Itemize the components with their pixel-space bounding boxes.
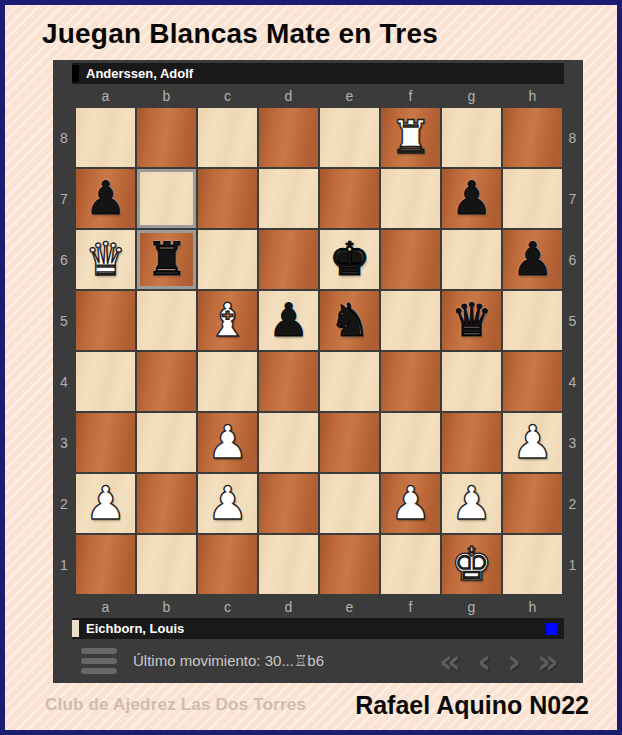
square-d3[interactable] [258,412,319,473]
square-e7[interactable] [319,168,380,229]
file-label-g: g [441,84,502,107]
chess-widget: Anderssen, Adolf abcdefgh 87654321 ♜♟♟♛♜… [53,60,583,683]
file-label-h: h [502,84,563,107]
file-label-g: g [441,595,502,618]
file-label-e: e [319,84,380,107]
status-badge-blue [546,623,558,635]
square-b6[interactable]: ♜ [136,229,197,290]
square-f6[interactable] [380,229,441,290]
square-e8[interactable] [319,107,380,168]
square-c1[interactable] [197,534,258,595]
chess-board: ♜♟♟♛♜♚♟♝♟♞♛♟♟♟♟♟♟♚ [75,107,563,595]
square-b5[interactable] [136,290,197,351]
rank-label-6: 6 [53,229,75,290]
rank-label-7: 7 [53,168,75,229]
rank-label-3: 3 [563,412,582,473]
square-f7[interactable] [380,168,441,229]
player-bar-top: Anderssen, Adolf [72,63,564,84]
file-label-f: f [380,84,441,107]
square-e5[interactable]: ♞ [319,290,380,351]
piece-black-knight: ♞ [329,290,370,351]
square-h1[interactable] [502,534,563,595]
piece-white-pawn: ♟ [512,412,553,473]
first-move-button[interactable]: « [436,644,464,678]
square-g7[interactable]: ♟ [441,168,502,229]
square-f2[interactable]: ♟ [380,473,441,534]
rank-labels-left: 87654321 [53,107,75,595]
square-c2[interactable]: ♟ [197,473,258,534]
square-f5[interactable] [380,290,441,351]
file-label-a: a [75,595,136,618]
club-credit: Club de Ajedrez Las Dos Torres [45,695,306,715]
square-g6[interactable] [441,229,502,290]
menu-icon[interactable] [81,648,117,674]
last-move-label: Último movimiento: 30...♖b6 [133,652,324,670]
square-h3[interactable]: ♟ [502,412,563,473]
square-e2[interactable] [319,473,380,534]
square-f1[interactable] [380,534,441,595]
piece-white-pawn: ♟ [85,473,126,534]
piece-black-pawn: ♟ [268,290,309,351]
file-label-d: d [258,84,319,107]
square-a1[interactable] [75,534,136,595]
square-h7[interactable] [502,168,563,229]
rank-label-1: 1 [53,534,75,595]
next-move-button[interactable]: › [504,644,524,678]
square-b3[interactable] [136,412,197,473]
piece-white-pawn: ♟ [451,473,492,534]
square-e6[interactable]: ♚ [319,229,380,290]
square-a6[interactable]: ♛ [75,229,136,290]
piece-black-queen: ♛ [451,290,492,351]
last-move-button[interactable]: » [534,644,562,678]
square-d4[interactable] [258,351,319,412]
move-navigation: « ‹ › » [436,644,564,678]
rank-label-7: 7 [563,168,582,229]
file-label-b: b [136,84,197,107]
previous-move-button[interactable]: ‹ [474,644,494,678]
square-a8[interactable] [75,107,136,168]
piece-white-pawn: ♟ [390,473,431,534]
square-e4[interactable] [319,351,380,412]
piece-black-rook: ♜ [146,229,187,290]
rank-label-5: 5 [53,290,75,351]
square-f4[interactable] [380,351,441,412]
piece-black-pawn: ♟ [85,168,126,229]
square-g3[interactable] [441,412,502,473]
square-h5[interactable] [502,290,563,351]
piece-white-pawn: ♟ [207,473,248,534]
square-c4[interactable] [197,351,258,412]
square-c5[interactable]: ♝ [197,290,258,351]
file-label-a: a [75,84,136,107]
file-label-e: e [319,595,380,618]
square-d1[interactable] [258,534,319,595]
square-h2[interactable] [502,473,563,534]
piece-white-pawn: ♟ [207,412,248,473]
file-label-d: d [258,595,319,618]
file-label-f: f [380,595,441,618]
piece-white-rook: ♜ [390,107,431,168]
piece-black-pawn: ♟ [512,229,553,290]
square-c6[interactable] [197,229,258,290]
square-b2[interactable] [136,473,197,534]
board-strip: 87654321 ♜♟♟♛♜♚♟♝♟♞♛♟♟♟♟♟♟♚ 87654321 [53,107,583,595]
square-a3[interactable] [75,412,136,473]
rank-labels-right: 87654321 [563,107,582,595]
rank-label-3: 3 [53,412,75,473]
file-label-b: b [136,595,197,618]
author-credit: Rafael Aquino N022 [355,691,589,720]
square-d2[interactable] [258,473,319,534]
square-d7[interactable] [258,168,319,229]
square-a7[interactable]: ♟ [75,168,136,229]
player-bar-bottom: Eichborn, Louis [72,618,564,639]
page-title: Juegan Blancas Mate en Tres [42,18,438,50]
rank-label-6: 6 [563,229,582,290]
rank-label-5: 5 [563,290,582,351]
file-label-h: h [502,595,563,618]
white-player-indicator [72,620,79,637]
file-labels-top: abcdefgh [75,84,563,107]
square-a4[interactable] [75,351,136,412]
app-window: Juegan Blancas Mate en Tres Anderssen, A… [0,0,622,735]
rank-label-2: 2 [53,473,75,534]
square-g5[interactable]: ♛ [441,290,502,351]
square-e3[interactable] [319,412,380,473]
square-c7[interactable] [197,168,258,229]
square-d8[interactable] [258,107,319,168]
rank-label-8: 8 [563,107,582,168]
square-c8[interactable] [197,107,258,168]
square-h6[interactable]: ♟ [502,229,563,290]
file-labels-bottom: abcdefgh [75,595,563,618]
controls-bar: Último movimiento: 30...♖b6 « ‹ › » [75,639,564,683]
rank-label-4: 4 [563,351,582,412]
player-name-bottom: Eichborn, Louis [86,621,184,636]
square-g2[interactable]: ♟ [441,473,502,534]
rank-label-1: 1 [563,534,582,595]
square-d6[interactable] [258,229,319,290]
file-label-c: c [197,84,258,107]
black-player-indicator [72,65,79,82]
square-b7[interactable] [136,168,197,229]
piece-black-king: ♚ [329,229,370,290]
piece-white-bishop: ♝ [207,290,248,351]
square-b8[interactable] [136,107,197,168]
square-b4[interactable] [136,351,197,412]
square-h8[interactable] [502,107,563,168]
piece-white-queen: ♛ [85,229,126,290]
square-g8[interactable] [441,107,502,168]
square-h4[interactable] [502,351,563,412]
square-f3[interactable] [380,412,441,473]
square-e1[interactable] [319,534,380,595]
rank-label-2: 2 [563,473,582,534]
player-name-top: Anderssen, Adolf [86,66,193,81]
square-a2[interactable]: ♟ [75,473,136,534]
file-label-c: c [197,595,258,618]
square-g1[interactable]: ♚ [441,534,502,595]
rank-label-8: 8 [53,107,75,168]
piece-white-king: ♚ [451,534,492,595]
square-g4[interactable] [441,351,502,412]
square-f8[interactable]: ♜ [380,107,441,168]
rank-label-4: 4 [53,351,75,412]
square-a5[interactable] [75,290,136,351]
square-b1[interactable] [136,534,197,595]
piece-black-pawn: ♟ [451,168,492,229]
square-c3[interactable]: ♟ [197,412,258,473]
square-d5[interactable]: ♟ [258,290,319,351]
